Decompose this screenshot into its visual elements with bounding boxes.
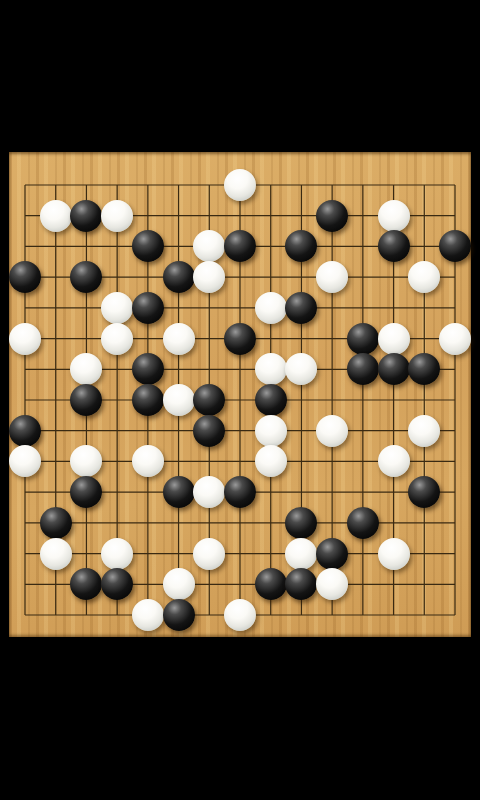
- app-screen: [0, 0, 480, 800]
- gomoku-board[interactable]: [9, 152, 471, 637]
- board-grid: [9, 152, 471, 637]
